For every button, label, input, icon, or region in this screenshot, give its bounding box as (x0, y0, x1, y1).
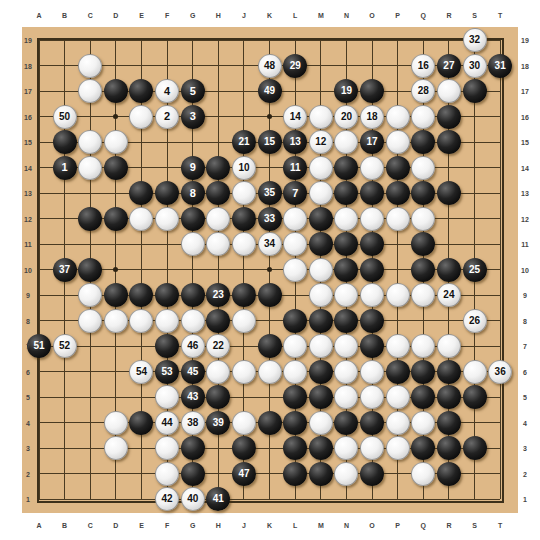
coord-label-right-9: 9 (523, 292, 527, 299)
coord-label-right-13: 13 (521, 190, 529, 197)
move-number: 16 (418, 61, 429, 71)
stone-black-r5[interactable] (437, 385, 461, 409)
stone-black-l2[interactable] (283, 462, 307, 486)
move-number: 41 (213, 494, 224, 504)
stone-white-d3[interactable] (104, 436, 128, 460)
stone-black-h1[interactable]: 41 (206, 487, 230, 511)
coord-label-right-1: 1 (523, 496, 527, 503)
stone-black-k4[interactable] (258, 411, 282, 435)
coord-label-top-k: K (267, 12, 272, 19)
coord-label-right-10: 10 (521, 266, 529, 273)
stone-black-s3[interactable] (463, 436, 487, 460)
stone-white-g8[interactable] (181, 309, 205, 333)
stone-black-f13[interactable] (155, 181, 179, 205)
stone-white-e12[interactable] (129, 207, 153, 231)
stone-white-b16[interactable]: 50 (53, 105, 77, 129)
move-number: 25 (469, 265, 480, 275)
stone-black-k12[interactable]: 33 (258, 207, 282, 231)
stone-white-m10[interactable] (309, 258, 333, 282)
coord-label-right-3: 3 (523, 445, 527, 452)
stone-white-q16[interactable] (411, 105, 435, 129)
move-number: 9 (190, 162, 196, 173)
stone-black-j2[interactable]: 47 (232, 462, 256, 486)
coord-label-left-15: 15 (24, 139, 32, 146)
coord-label-top-c: C (88, 12, 93, 19)
stone-black-g13[interactable]: 8 (181, 181, 205, 205)
stone-black-n14[interactable] (334, 156, 358, 180)
move-number: 30 (469, 61, 480, 71)
coord-label-right-12: 12 (521, 215, 529, 222)
stone-white-s19[interactable]: 32 (463, 28, 487, 52)
move-number: 51 (33, 341, 44, 351)
stone-white-q14[interactable] (411, 156, 435, 180)
move-number: 35 (264, 188, 275, 198)
coord-label-right-7: 7 (523, 343, 527, 350)
stone-white-p3[interactable] (386, 436, 410, 460)
coord-label-right-19: 19 (521, 37, 529, 44)
stone-white-m7[interactable] (309, 334, 333, 358)
coord-label-bottom-s: S (472, 522, 477, 529)
stone-white-q4[interactable] (411, 411, 435, 435)
stone-black-m3[interactable] (309, 436, 333, 460)
move-number: 46 (187, 341, 198, 351)
coord-label-left-13: 13 (24, 190, 32, 197)
stone-black-r16[interactable] (437, 105, 461, 129)
stone-black-q10[interactable] (411, 258, 435, 282)
move-number: 29 (290, 61, 301, 71)
move-number: 24 (443, 290, 454, 300)
stone-black-r13[interactable] (437, 181, 461, 205)
stone-black-d14[interactable] (104, 156, 128, 180)
move-number: 21 (238, 137, 249, 147)
stone-black-o15[interactable]: 17 (360, 130, 384, 154)
stone-white-l11[interactable] (283, 232, 307, 256)
stone-white-j11[interactable] (232, 232, 256, 256)
stone-white-n2[interactable] (334, 462, 358, 486)
coord-label-bottom-p: P (395, 522, 400, 529)
stone-black-k13[interactable]: 35 (258, 181, 282, 205)
stone-white-j6[interactable] (232, 360, 256, 384)
stone-black-l3[interactable] (283, 436, 307, 460)
coord-label-right-11: 11 (521, 241, 528, 248)
coord-label-bottom-l: L (293, 522, 297, 529)
stone-white-l12[interactable] (283, 207, 307, 231)
move-number: 40 (187, 494, 198, 504)
stone-white-t6[interactable]: 36 (488, 360, 512, 384)
stone-white-n16[interactable]: 20 (334, 105, 358, 129)
coord-label-top-r: R (446, 12, 451, 19)
coord-label-top-l: L (293, 12, 297, 19)
move-number: 52 (59, 341, 70, 351)
move-number: 26 (469, 316, 480, 326)
coord-label-bottom-h: H (216, 522, 221, 529)
move-number: 37 (59, 265, 70, 275)
move-number: 36 (495, 367, 506, 377)
stone-white-n12[interactable] (334, 207, 358, 231)
stone-black-g2[interactable] (181, 462, 205, 486)
stone-black-l8[interactable] (283, 309, 307, 333)
stone-black-g9[interactable] (181, 283, 205, 307)
stone-black-l14[interactable]: 11 (283, 156, 307, 180)
stone-black-o10[interactable] (360, 258, 384, 282)
stone-white-n6[interactable] (334, 360, 358, 384)
stone-black-j9[interactable] (232, 283, 256, 307)
move-number: 19 (341, 86, 352, 96)
coord-label-right-6: 6 (523, 368, 527, 375)
move-number: 53 (162, 367, 173, 377)
move-number: 34 (264, 239, 275, 249)
coord-label-bottom-c: C (88, 522, 93, 529)
move-number: 2 (164, 111, 170, 122)
stone-black-s10[interactable]: 25 (463, 258, 487, 282)
coord-label-left-4: 4 (26, 419, 30, 426)
stone-white-s8[interactable]: 26 (463, 309, 487, 333)
stone-black-d17[interactable] (104, 79, 128, 103)
stone-white-o14[interactable] (360, 156, 384, 180)
coord-label-top-m: M (318, 12, 324, 19)
coord-label-left-7: 7 (26, 343, 30, 350)
move-number: 18 (366, 112, 377, 122)
coord-label-bottom-d: D (113, 522, 118, 529)
coord-label-top-o: O (369, 12, 374, 19)
stone-white-j4[interactable] (232, 411, 256, 435)
stone-white-o16[interactable]: 18 (360, 105, 384, 129)
stone-white-s18[interactable]: 30 (463, 54, 487, 78)
stone-black-p14[interactable] (386, 156, 410, 180)
stone-white-s6[interactable] (463, 360, 487, 384)
stone-black-o11[interactable] (360, 232, 384, 256)
coord-label-bottom-n: N (344, 522, 349, 529)
move-number: 7 (292, 188, 298, 199)
stone-white-l10[interactable] (283, 258, 307, 282)
stone-white-f16[interactable]: 2 (155, 105, 179, 129)
coord-label-left-19: 19 (24, 37, 32, 44)
stone-black-r15[interactable] (437, 130, 461, 154)
stone-white-d15[interactable] (104, 130, 128, 154)
stone-white-p12[interactable] (386, 207, 410, 231)
coord-label-left-2: 2 (26, 470, 30, 477)
stone-white-o9[interactable] (360, 283, 384, 307)
coord-label-left-18: 18 (24, 62, 32, 69)
coord-label-left-10: 10 (24, 266, 32, 273)
stone-black-o4[interactable] (360, 411, 384, 435)
move-number: 27 (443, 61, 454, 71)
stone-black-j15[interactable]: 21 (232, 130, 256, 154)
go-board[interactable]: 3248291627303145491928502314201821151312… (22, 27, 518, 513)
move-number: 15 (264, 137, 275, 147)
stone-white-m16[interactable] (309, 105, 333, 129)
stone-white-o12[interactable] (360, 207, 384, 231)
stone-black-f9[interactable] (155, 283, 179, 307)
move-number: 10 (238, 163, 249, 173)
coord-label-top-t: T (498, 12, 502, 19)
coord-label-top-b: B (62, 12, 67, 19)
stone-black-b15[interactable] (53, 130, 77, 154)
stone-white-f17[interactable]: 4 (155, 79, 179, 103)
coord-label-right-16: 16 (521, 113, 529, 120)
stone-white-k6[interactable] (258, 360, 282, 384)
stone-black-g14[interactable]: 9 (181, 156, 205, 180)
stone-black-g16[interactable]: 3 (181, 105, 205, 129)
stone-white-r9[interactable]: 24 (437, 283, 461, 307)
coord-label-top-j: J (242, 12, 246, 19)
stone-white-e6[interactable]: 54 (129, 360, 153, 384)
stone-white-f12[interactable] (155, 207, 179, 231)
move-number: 47 (238, 469, 249, 479)
stone-black-l15[interactable]: 13 (283, 130, 307, 154)
coord-label-top-a: A (36, 12, 41, 19)
stone-black-o7[interactable] (360, 334, 384, 358)
move-number: 8 (190, 188, 196, 199)
stone-black-r18[interactable]: 27 (437, 54, 461, 78)
stone-white-m15[interactable]: 12 (309, 130, 333, 154)
stone-white-r17[interactable] (437, 79, 461, 103)
move-number: 54 (136, 367, 147, 377)
stone-black-g17[interactable]: 5 (181, 79, 205, 103)
move-number: 42 (162, 494, 173, 504)
stone-white-f2[interactable] (155, 462, 179, 486)
stone-black-n10[interactable] (334, 258, 358, 282)
stone-white-l7[interactable] (283, 334, 307, 358)
stone-white-d4[interactable] (104, 411, 128, 435)
stone-black-f6[interactable]: 53 (155, 360, 179, 384)
coord-label-right-5: 5 (523, 394, 527, 401)
stone-black-j12[interactable] (232, 207, 256, 231)
coord-label-bottom-j: J (242, 522, 246, 529)
stone-white-p7[interactable] (386, 334, 410, 358)
stone-black-o13[interactable] (360, 181, 384, 205)
coord-label-top-q: Q (421, 12, 426, 19)
coord-label-bottom-g: G (190, 522, 195, 529)
coord-label-right-17: 17 (521, 88, 529, 95)
stone-white-g11[interactable] (181, 232, 205, 256)
coord-label-left-16: 16 (24, 113, 32, 120)
coord-label-left-9: 9 (26, 292, 30, 299)
coord-label-bottom-a: A (36, 522, 41, 529)
move-number: 38 (187, 418, 198, 428)
move-number: 5 (190, 86, 196, 97)
stone-white-d8[interactable] (104, 309, 128, 333)
stone-white-q18[interactable]: 16 (411, 54, 435, 78)
stone-black-t18[interactable]: 31 (488, 54, 512, 78)
stone-white-h6[interactable] (206, 360, 230, 384)
move-number: 17 (366, 137, 377, 147)
stone-white-h12[interactable] (206, 207, 230, 231)
coord-label-left-17: 17 (24, 88, 32, 95)
stone-black-s17[interactable] (463, 79, 487, 103)
stone-white-q12[interactable] (411, 207, 435, 231)
stone-white-l16[interactable]: 14 (283, 105, 307, 129)
move-number: 20 (341, 112, 352, 122)
stone-white-c14[interactable] (78, 156, 102, 180)
coord-label-top-s: S (472, 12, 477, 19)
stone-black-r6[interactable] (437, 360, 461, 384)
move-number: 43 (187, 392, 198, 402)
stone-black-b14[interactable]: 1 (53, 156, 77, 180)
move-number: 39 (213, 418, 224, 428)
stone-black-l5[interactable] (283, 385, 307, 409)
coord-label-bottom-m: M (318, 522, 324, 529)
coord-label-left-6: 6 (26, 368, 30, 375)
stone-white-c18[interactable] (78, 54, 102, 78)
stone-black-g12[interactable] (181, 207, 205, 231)
stone-black-l18[interactable]: 29 (283, 54, 307, 78)
move-number: 23 (213, 290, 224, 300)
move-number: 33 (264, 214, 275, 224)
move-number: 3 (190, 111, 196, 122)
stone-black-g5[interactable]: 43 (181, 385, 205, 409)
coord-label-top-n: N (344, 12, 349, 19)
move-number: 14 (290, 112, 301, 122)
stone-white-e8[interactable] (129, 309, 153, 333)
coord-label-bottom-e: E (139, 522, 144, 529)
stone-black-n8[interactable] (334, 309, 358, 333)
stone-white-p16[interactable] (386, 105, 410, 129)
coord-label-right-14: 14 (521, 164, 529, 171)
coord-label-top-g: G (190, 12, 195, 19)
stone-black-c10[interactable] (78, 258, 102, 282)
stone-black-k9[interactable] (258, 283, 282, 307)
stone-white-e16[interactable] (129, 105, 153, 129)
stone-black-n4[interactable] (334, 411, 358, 435)
stone-black-r3[interactable] (437, 436, 461, 460)
coord-label-left-3: 3 (26, 445, 30, 452)
stone-black-k7[interactable] (258, 334, 282, 358)
stone-white-q2[interactable] (411, 462, 435, 486)
coord-label-right-8: 8 (523, 317, 527, 324)
coord-label-top-f: F (165, 12, 169, 19)
move-number: 4 (164, 86, 170, 97)
stone-black-r2[interactable] (437, 462, 461, 486)
move-number: 50 (59, 112, 70, 122)
stone-white-m4[interactable] (309, 411, 333, 435)
stone-white-o5[interactable] (360, 385, 384, 409)
stone-black-m5[interactable] (309, 385, 333, 409)
stone-white-f4[interactable]: 44 (155, 411, 179, 435)
stone-black-l13[interactable]: 7 (283, 181, 307, 205)
coord-label-bottom-q: Q (421, 522, 426, 529)
move-number: 22 (213, 341, 224, 351)
stone-black-h14[interactable] (206, 156, 230, 180)
stone-black-g6[interactable]: 45 (181, 360, 205, 384)
stone-white-k18[interactable]: 48 (258, 54, 282, 78)
stone-black-o17[interactable] (360, 79, 384, 103)
coord-label-top-h: H (216, 12, 221, 19)
move-number: 49 (264, 86, 275, 96)
move-number: 32 (469, 35, 480, 45)
move-number: 44 (162, 418, 173, 428)
coord-label-right-15: 15 (521, 139, 529, 146)
coord-label-left-8: 8 (26, 317, 30, 324)
stone-black-r10[interactable] (437, 258, 461, 282)
stone-white-f3[interactable] (155, 436, 179, 460)
stone-white-j13[interactable] (232, 181, 256, 205)
stone-white-o3[interactable] (360, 436, 384, 460)
coord-label-right-4: 4 (523, 419, 527, 426)
stone-white-m14[interactable] (309, 156, 333, 180)
stone-black-c12[interactable] (78, 207, 102, 231)
stone-white-p9[interactable] (386, 283, 410, 307)
stone-white-j8[interactable] (232, 309, 256, 333)
stone-black-g3[interactable] (181, 436, 205, 460)
coord-label-bottom-b: B (62, 522, 67, 529)
stone-white-c8[interactable] (78, 309, 102, 333)
coord-label-right-18: 18 (521, 62, 529, 69)
stone-black-e4[interactable] (129, 411, 153, 435)
stone-white-f5[interactable] (155, 385, 179, 409)
stone-black-m12[interactable] (309, 207, 333, 231)
stone-white-g1[interactable]: 40 (181, 487, 205, 511)
move-number: 45 (187, 367, 198, 377)
stone-white-m13[interactable] (309, 181, 333, 205)
coord-label-bottom-r: R (446, 522, 451, 529)
coord-label-left-11: 11 (24, 241, 31, 248)
stone-black-r4[interactable] (437, 411, 461, 435)
coord-label-bottom-o: O (369, 522, 374, 529)
move-number: 28 (418, 86, 429, 96)
coord-label-left-1: 1 (26, 496, 30, 503)
coord-label-bottom-t: T (498, 522, 502, 529)
stone-white-p15[interactable] (386, 130, 410, 154)
stone-white-l6[interactable] (283, 360, 307, 384)
stone-black-h8[interactable] (206, 309, 230, 333)
move-number: 31 (495, 61, 506, 71)
stone-black-m8[interactable] (309, 309, 333, 333)
coord-label-left-5: 5 (26, 394, 30, 401)
stone-white-f1[interactable]: 42 (155, 487, 179, 511)
coord-label-top-p: P (395, 12, 400, 19)
stone-black-q6[interactable] (411, 360, 435, 384)
stone-black-m2[interactable] (309, 462, 333, 486)
coord-label-left-12: 12 (24, 215, 32, 222)
stone-black-h4[interactable]: 39 (206, 411, 230, 435)
stone-black-k17[interactable]: 49 (258, 79, 282, 103)
stone-black-m6[interactable] (309, 360, 333, 384)
stone-white-k11[interactable]: 34 (258, 232, 282, 256)
stone-white-b7[interactable]: 52 (53, 334, 77, 358)
stone-black-p6[interactable] (386, 360, 410, 384)
stone-black-d9[interactable] (104, 283, 128, 307)
stone-white-j14[interactable]: 10 (232, 156, 256, 180)
coord-label-bottom-f: F (165, 522, 169, 529)
stone-black-o2[interactable] (360, 462, 384, 486)
stone-black-f7[interactable] (155, 334, 179, 358)
stone-black-l4[interactable] (283, 411, 307, 435)
stone-black-p13[interactable] (386, 181, 410, 205)
coord-label-bottom-k: K (267, 522, 272, 529)
stone-white-o6[interactable] (360, 360, 384, 384)
stone-white-m9[interactable] (309, 283, 333, 307)
stone-black-k15[interactable]: 15 (258, 130, 282, 154)
stone-black-o8[interactable] (360, 309, 384, 333)
move-number: 11 (290, 163, 301, 173)
stone-black-b10[interactable]: 37 (53, 258, 77, 282)
move-number: 12 (315, 137, 326, 147)
stone-black-j3[interactable] (232, 436, 256, 460)
stone-white-p4[interactable] (386, 411, 410, 435)
stone-white-r7[interactable] (437, 334, 461, 358)
stone-black-a7[interactable]: 51 (27, 334, 51, 358)
coord-label-top-d: D (113, 12, 118, 19)
stone-white-p5[interactable] (386, 385, 410, 409)
coord-label-left-14: 14 (24, 164, 32, 171)
stone-black-s5[interactable] (463, 385, 487, 409)
stone-white-f8[interactable] (155, 309, 179, 333)
stone-white-g7[interactable]: 46 (181, 334, 205, 358)
stone-black-d12[interactable] (104, 207, 128, 231)
stone-black-m11[interactable] (309, 232, 333, 256)
stone-white-g4[interactable]: 38 (181, 411, 205, 435)
